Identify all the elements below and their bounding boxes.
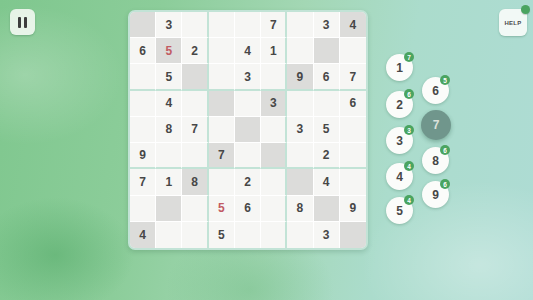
cell-r8c2[interactable] <box>156 196 182 222</box>
cell-r2c1[interactable]: 6 <box>130 38 156 64</box>
num-button-label: 7 <box>433 118 440 132</box>
num-button-6[interactable]: 65 <box>422 77 449 104</box>
cell-r1c3[interactable] <box>182 12 208 38</box>
cell-r1c5[interactable] <box>235 12 261 38</box>
help-badge-icon <box>521 5 530 14</box>
cell-r5c3[interactable]: 7 <box>182 117 208 143</box>
num-remaining-badge: 6 <box>404 89 414 99</box>
cell-r4c3[interactable] <box>182 91 208 117</box>
cell-r3c3[interactable] <box>182 64 208 90</box>
num-button-label: 8 <box>432 154 439 168</box>
num-remaining-badge: 4 <box>404 161 414 171</box>
cell-r3c2[interactable]: 5 <box>156 64 182 90</box>
cell-r3c1[interactable] <box>130 64 156 90</box>
cell-r4c9[interactable]: 6 <box>340 91 366 117</box>
cell-r6c7[interactable] <box>287 143 313 169</box>
cell-r8c4[interactable]: 5 <box>209 196 235 222</box>
cell-r2c5[interactable]: 4 <box>235 38 261 64</box>
cell-r2c9[interactable] <box>340 38 366 64</box>
cell-r8c9[interactable]: 9 <box>340 196 366 222</box>
cell-r6c5[interactable] <box>235 143 261 169</box>
cell-r7c5[interactable]: 2 <box>235 169 261 195</box>
cell-r5c2[interactable]: 8 <box>156 117 182 143</box>
cell-r9c5[interactable] <box>235 222 261 248</box>
num-remaining-badge: 3 <box>404 125 414 135</box>
cell-r6c2[interactable] <box>156 143 182 169</box>
cell-r6c9[interactable] <box>340 143 366 169</box>
cell-r9c6[interactable] <box>261 222 287 248</box>
cell-r8c6[interactable] <box>261 196 287 222</box>
cell-r5c6[interactable] <box>261 117 287 143</box>
cell-r1c7[interactable] <box>287 12 313 38</box>
cell-r9c7[interactable] <box>287 222 313 248</box>
cell-r8c1[interactable] <box>130 196 156 222</box>
cell-r7c9[interactable] <box>340 169 366 195</box>
num-button-label: 2 <box>396 98 403 112</box>
cell-r6c3[interactable] <box>182 143 208 169</box>
cell-r5c9[interactable] <box>340 117 366 143</box>
cell-r7c1[interactable]: 7 <box>130 169 156 195</box>
cell-r3c9[interactable]: 7 <box>340 64 366 90</box>
cell-r6c8[interactable]: 2 <box>314 143 340 169</box>
cell-r3c4[interactable] <box>209 64 235 90</box>
cell-r5c7[interactable]: 3 <box>287 117 313 143</box>
pause-icon <box>18 17 27 28</box>
cell-r8c8[interactable] <box>314 196 340 222</box>
cell-r1c2[interactable]: 3 <box>156 12 182 38</box>
cell-r8c5[interactable]: 6 <box>235 196 261 222</box>
cell-r6c6[interactable] <box>261 143 287 169</box>
cell-r9c3[interactable] <box>182 222 208 248</box>
help-button-label: HELP <box>504 20 521 26</box>
cell-r9c9[interactable] <box>340 222 366 248</box>
cell-r1c1[interactable] <box>130 12 156 38</box>
cell-r9c8[interactable]: 3 <box>314 222 340 248</box>
num-button-3[interactable]: 33 <box>386 127 413 154</box>
cell-r9c1[interactable]: 4 <box>130 222 156 248</box>
num-button-label: 3 <box>396 134 403 148</box>
cell-r1c6[interactable]: 7 <box>261 12 287 38</box>
num-button-1[interactable]: 17 <box>386 54 413 81</box>
num-button-5[interactable]: 54 <box>386 197 413 224</box>
num-button-label: 9 <box>432 188 439 202</box>
cell-r8c3[interactable] <box>182 196 208 222</box>
num-button-label: 6 <box>432 84 439 98</box>
num-button-9[interactable]: 96 <box>422 181 449 208</box>
cell-r6c1[interactable]: 9 <box>130 143 156 169</box>
cell-r7c4[interactable] <box>209 169 235 195</box>
cell-r3c7[interactable]: 9 <box>287 64 313 90</box>
cell-r4c7[interactable] <box>287 91 313 117</box>
num-remaining-badge: 6 <box>440 145 450 155</box>
cell-r2c4[interactable] <box>209 38 235 64</box>
cell-r4c5[interactable] <box>235 91 261 117</box>
cell-r1c9[interactable]: 4 <box>340 12 366 38</box>
num-remaining-badge: 4 <box>404 195 414 205</box>
cell-r4c2[interactable]: 4 <box>156 91 182 117</box>
num-remaining-badge: 6 <box>440 179 450 189</box>
cell-r3c6[interactable] <box>261 64 287 90</box>
num-button-8[interactable]: 86 <box>422 147 449 174</box>
cell-r5c4[interactable] <box>209 117 235 143</box>
cell-r6c4[interactable]: 7 <box>209 143 235 169</box>
cell-r5c8[interactable]: 5 <box>314 117 340 143</box>
cell-r2c8[interactable] <box>314 38 340 64</box>
sudoku-board: 373465241539674368735972718245689453 <box>128 10 368 250</box>
cell-r4c1[interactable] <box>130 91 156 117</box>
cell-r7c7[interactable] <box>287 169 313 195</box>
cell-r4c8[interactable] <box>314 91 340 117</box>
cell-r2c6[interactable]: 1 <box>261 38 287 64</box>
cell-r9c2[interactable] <box>156 222 182 248</box>
cell-r5c5[interactable] <box>235 117 261 143</box>
cell-r7c6[interactable] <box>261 169 287 195</box>
num-button-4[interactable]: 44 <box>386 163 413 190</box>
cell-r7c2[interactable]: 1 <box>156 169 182 195</box>
cell-r3c5[interactable]: 3 <box>235 64 261 90</box>
cell-r7c3[interactable]: 8 <box>182 169 208 195</box>
num-button-label: 1 <box>396 61 403 75</box>
num-button-2[interactable]: 26 <box>386 91 413 118</box>
cell-r2c7[interactable] <box>287 38 313 64</box>
num-button-label: 4 <box>396 170 403 184</box>
cell-r2c3[interactable]: 2 <box>182 38 208 64</box>
sudoku-app: HELP 37346524153967436873597271824568945… <box>0 0 533 300</box>
cell-r2c2[interactable]: 5 <box>156 38 182 64</box>
pause-button[interactable] <box>10 9 35 35</box>
num-remaining-badge: 7 <box>404 52 414 62</box>
cell-r9c4[interactable]: 5 <box>209 222 235 248</box>
cell-r8c7[interactable]: 8 <box>287 196 313 222</box>
num-button-label: 5 <box>396 204 403 218</box>
cell-r1c8[interactable]: 3 <box>314 12 340 38</box>
num-remaining-badge: 5 <box>440 75 450 85</box>
cell-r4c6[interactable]: 3 <box>261 91 287 117</box>
cell-r1c4[interactable] <box>209 12 235 38</box>
cell-r4c4[interactable] <box>209 91 235 117</box>
cell-r7c8[interactable]: 4 <box>314 169 340 195</box>
cell-r5c1[interactable] <box>130 117 156 143</box>
cell-r3c8[interactable]: 6 <box>314 64 340 90</box>
help-button[interactable]: HELP <box>499 9 527 36</box>
num-button-7[interactable]: 7 <box>421 110 451 140</box>
